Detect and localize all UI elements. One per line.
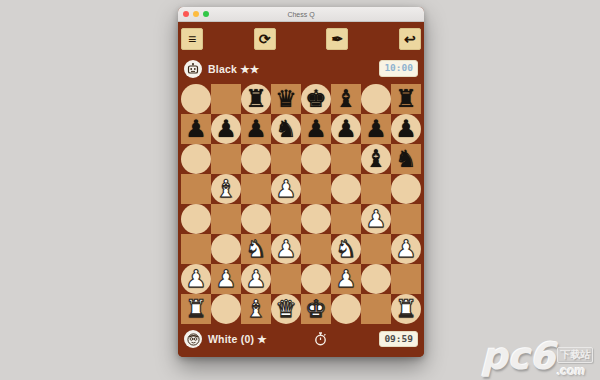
square-b7[interactable]: ♟ (211, 114, 241, 144)
black-clock: 10:00 (379, 60, 418, 76)
square-b8[interactable] (211, 84, 241, 114)
square-h3[interactable]: ♟ (391, 234, 421, 264)
square-d3[interactable]: ♟ (271, 234, 301, 264)
square-e3[interactable] (301, 234, 331, 264)
window-titlebar: Chess Q (178, 7, 424, 22)
square-g5[interactable] (361, 174, 391, 204)
white-rook[interactable]: ♜ (395, 294, 417, 324)
window-title: Chess Q (178, 7, 424, 22)
square-h7[interactable]: ♟ (391, 114, 421, 144)
square-b5[interactable]: ♝ (211, 174, 241, 204)
white-player-label: White (0) ★ (208, 333, 267, 345)
black-queen[interactable]: ♛ (275, 84, 297, 114)
square-e4[interactable] (301, 204, 331, 234)
white-avatar (184, 330, 202, 348)
white-knight[interactable]: ♞ (245, 234, 267, 264)
square-b3[interactable] (211, 234, 241, 264)
toolbar: ≡ ⟳ ✒ ↩ (178, 25, 424, 53)
black-pawn[interactable]: ♟ (215, 114, 237, 144)
menu-button[interactable]: ≡ (181, 28, 203, 50)
square-c3[interactable]: ♞ (241, 234, 271, 264)
square-g4[interactable]: ♟ (361, 204, 391, 234)
square-f2[interactable]: ♟ (331, 264, 361, 294)
person-glasses-icon (187, 333, 200, 346)
white-queen[interactable]: ♛ (275, 294, 297, 324)
square-d8[interactable]: ♛ (271, 84, 301, 114)
square-a1[interactable]: ♜ (181, 294, 211, 324)
watermark-badge: 下载站 (557, 347, 593, 363)
white-pawn[interactable]: ♟ (245, 264, 267, 294)
refresh-icon: ⟳ (259, 31, 271, 47)
black-knight[interactable]: ♞ (275, 114, 297, 144)
square-e8[interactable]: ♚ (301, 84, 331, 114)
square-h4[interactable] (391, 204, 421, 234)
square-e2[interactable] (301, 264, 331, 294)
white-bishop[interactable]: ♝ (215, 174, 237, 204)
chess-app-window: Chess Q ≡ ⟳ ✒ ↩ (178, 7, 424, 357)
black-player-bar: Black ★★ 10:00 (178, 53, 424, 84)
annotate-button[interactable]: ✒ (326, 28, 348, 50)
square-g2[interactable] (361, 264, 391, 294)
black-pawn[interactable]: ♟ (365, 114, 387, 144)
square-f1[interactable] (331, 294, 361, 324)
square-a3[interactable] (181, 234, 211, 264)
black-avatar (184, 60, 202, 78)
white-pawn[interactable]: ♟ (185, 264, 207, 294)
square-f5[interactable] (331, 174, 361, 204)
square-c2[interactable]: ♟ (241, 264, 271, 294)
black-pawn[interactable]: ♟ (335, 114, 357, 144)
black-bishop[interactable]: ♝ (365, 144, 387, 174)
square-c6[interactable] (241, 144, 271, 174)
white-king[interactable]: ♚ (305, 294, 327, 324)
square-b4[interactable] (211, 204, 241, 234)
feather-icon: ✒ (331, 31, 343, 47)
square-a5[interactable] (181, 174, 211, 204)
square-e7[interactable]: ♟ (301, 114, 331, 144)
black-pawn[interactable]: ♟ (185, 114, 207, 144)
square-d6[interactable] (271, 144, 301, 174)
square-d4[interactable] (271, 204, 301, 234)
square-h2[interactable] (391, 264, 421, 294)
square-d7[interactable]: ♞ (271, 114, 301, 144)
white-pawn[interactable]: ♟ (215, 264, 237, 294)
square-f7[interactable]: ♟ (331, 114, 361, 144)
white-pawn[interactable]: ♟ (275, 174, 297, 204)
square-f3[interactable]: ♞ (331, 234, 361, 264)
square-a8[interactable] (181, 84, 211, 114)
square-c1[interactable]: ♝ (241, 294, 271, 324)
square-a2[interactable]: ♟ (181, 264, 211, 294)
square-d2[interactable] (271, 264, 301, 294)
square-g1[interactable] (361, 294, 391, 324)
square-f8[interactable]: ♝ (331, 84, 361, 114)
black-pawn[interactable]: ♟ (305, 114, 327, 144)
white-pawn[interactable]: ♟ (365, 204, 387, 234)
square-c5[interactable] (241, 174, 271, 204)
robot-icon (187, 63, 199, 75)
square-g3[interactable] (361, 234, 391, 264)
black-player-label: Black ★★ (208, 63, 259, 75)
white-rook[interactable]: ♜ (185, 294, 207, 324)
white-pawn[interactable]: ♟ (275, 234, 297, 264)
square-g6[interactable]: ♝ (361, 144, 391, 174)
white-pawn[interactable]: ♟ (335, 264, 357, 294)
square-b2[interactable]: ♟ (211, 264, 241, 294)
white-pawn[interactable]: ♟ (395, 234, 417, 264)
square-a7[interactable]: ♟ (181, 114, 211, 144)
watermark-logo-text: pc6 (481, 340, 555, 373)
square-c8[interactable]: ♜ (241, 84, 271, 114)
undo-arrow-icon: ↩ (404, 31, 416, 47)
white-clock: 09:59 (379, 331, 418, 347)
square-e5[interactable] (301, 174, 331, 204)
new-game-button[interactable]: ⟳ (254, 28, 276, 50)
white-bishop[interactable]: ♝ (245, 294, 267, 324)
undo-move-button[interactable]: ↩ (399, 28, 421, 50)
square-c4[interactable] (241, 204, 271, 234)
square-b1[interactable] (211, 294, 241, 324)
pc6-watermark: pc6 下载站 .com (481, 340, 596, 378)
square-a6[interactable] (181, 144, 211, 174)
chess-board[interactable]: ♜♛♚♝♜♟♟♟♞♟♟♟♟♝♞♝♟♟♞♟♞♟♟♟♟♟♜♝♛♚♜ (181, 84, 421, 324)
square-d5[interactable]: ♟ (271, 174, 301, 204)
black-rook[interactable]: ♜ (245, 84, 267, 114)
square-f6[interactable] (331, 144, 361, 174)
square-b6[interactable] (211, 144, 241, 174)
white-knight[interactable]: ♞ (335, 234, 357, 264)
hamburger-icon: ≡ (188, 31, 196, 47)
black-rook[interactable]: ♜ (395, 84, 417, 114)
black-king[interactable]: ♚ (305, 84, 327, 114)
stopwatch-icon (314, 332, 327, 346)
square-g7[interactable]: ♟ (361, 114, 391, 144)
square-g8[interactable] (361, 84, 391, 114)
square-h6[interactable]: ♞ (391, 144, 421, 174)
black-pawn[interactable]: ♟ (245, 114, 267, 144)
white-player-bar: White (0) ★ 09:59 (178, 324, 424, 354)
square-d1[interactable]: ♛ (271, 294, 301, 324)
black-bishop[interactable]: ♝ (335, 84, 357, 114)
square-h1[interactable]: ♜ (391, 294, 421, 324)
square-e6[interactable] (301, 144, 331, 174)
square-a4[interactable] (181, 204, 211, 234)
square-e1[interactable]: ♚ (301, 294, 331, 324)
watermark-suffix: .com (557, 364, 593, 378)
app-content: ≡ ⟳ ✒ ↩ Blac (178, 22, 424, 357)
black-knight[interactable]: ♞ (395, 144, 417, 174)
black-pawn[interactable]: ♟ (395, 114, 417, 144)
square-f4[interactable] (331, 204, 361, 234)
square-h8[interactable]: ♜ (391, 84, 421, 114)
square-c7[interactable]: ♟ (241, 114, 271, 144)
square-h5[interactable] (391, 174, 421, 204)
